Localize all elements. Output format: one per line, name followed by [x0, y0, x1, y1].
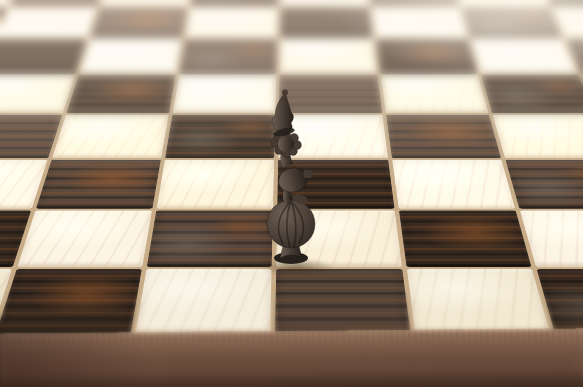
board-square: [10, 0, 106, 6]
board-square: [90, 7, 187, 38]
photo-frame: [0, 0, 583, 387]
board-square: [179, 39, 277, 73]
board-square: [0, 115, 62, 158]
board-square: [0, 269, 142, 334]
board-square: [280, 39, 377, 73]
board-square: [376, 39, 477, 73]
board-square: [398, 211, 530, 267]
board-square: [185, 7, 277, 38]
board-square: [453, 0, 548, 6]
board-square: [0, 75, 75, 113]
board-square: [280, 7, 372, 38]
board-square: [275, 269, 410, 334]
board-edge-rail: [0, 328, 583, 387]
board-square: [392, 160, 515, 209]
board-square: [0, 7, 97, 38]
board-square: [135, 269, 271, 334]
jester-on-ball-figure-icon: [255, 86, 327, 270]
board-square: [191, 0, 279, 6]
board-square: [281, 0, 368, 6]
board-square: [386, 115, 501, 158]
board-square: [481, 75, 583, 113]
board-square: [100, 0, 192, 6]
board-square: [79, 39, 182, 73]
board-square: [380, 75, 488, 113]
board-square: [66, 75, 175, 113]
board-square: [36, 160, 161, 209]
board-square: [0, 39, 86, 73]
board-square: [492, 115, 583, 158]
black-pawn-jester-piece: [255, 86, 327, 270]
board-square: [505, 160, 583, 209]
board-square: [462, 7, 562, 38]
board-square: [371, 7, 467, 38]
board-square: [367, 0, 458, 6]
board-square: [471, 39, 578, 73]
board-square: [52, 115, 169, 158]
board-square: [406, 269, 549, 334]
board-square: [17, 211, 152, 267]
